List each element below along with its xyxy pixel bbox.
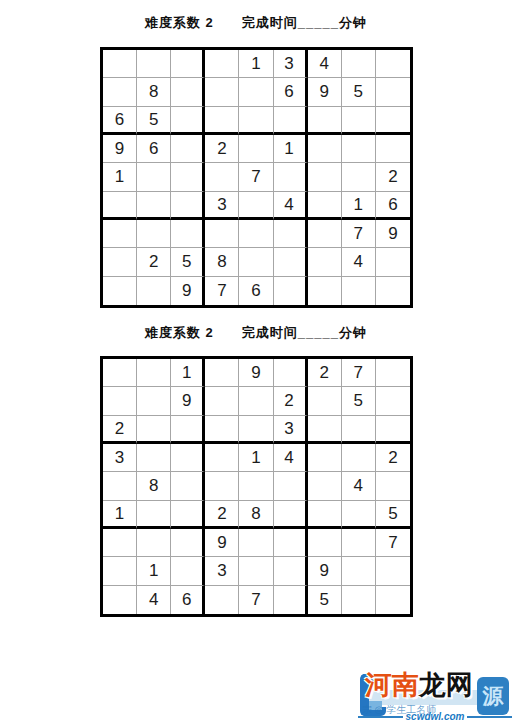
cell-r7c6	[274, 529, 308, 557]
cell-r6c4: 3	[205, 192, 239, 220]
cell-r4c7	[308, 444, 342, 472]
cell-r6c5: 8	[239, 501, 273, 529]
cell-r8c8: 4	[342, 248, 376, 276]
cell-r8c1	[103, 557, 137, 585]
brand-text-second: 龙网	[419, 670, 473, 700]
cell-r5c2: 8	[137, 472, 171, 500]
cell-r1c2	[137, 50, 171, 78]
cell-r7c6	[274, 220, 308, 248]
cell-r6c7	[308, 501, 342, 529]
cell-r1c7: 2	[308, 359, 342, 387]
cell-r7c4	[205, 220, 239, 248]
cell-r1c6: 3	[274, 50, 308, 78]
cell-r1c3	[171, 50, 205, 78]
cell-r9c4: 7	[205, 277, 239, 305]
cell-r9c2: 4	[137, 586, 171, 614]
cell-r6c8	[342, 501, 376, 529]
cell-r7c9: 7	[376, 529, 410, 557]
cell-r8c6	[274, 248, 308, 276]
cell-r3c3	[171, 107, 205, 135]
cell-r3c1: 6	[103, 107, 137, 135]
cell-r1c2	[137, 359, 171, 387]
brand-text: 河南龙网	[365, 667, 473, 703]
cell-r2c8: 5	[342, 78, 376, 106]
cell-r2c2	[137, 387, 171, 415]
site-watermark: 源 河南龙网 宗 ◎ 学生工名师 scwdwl.com	[358, 652, 512, 724]
cell-r1c9	[376, 359, 410, 387]
cell-r7c2	[137, 220, 171, 248]
cell-r3c9	[376, 416, 410, 444]
cell-r2c5	[239, 78, 273, 106]
cell-r8c8	[342, 557, 376, 585]
cell-r9c6	[274, 586, 308, 614]
cell-r6c6: 4	[274, 192, 308, 220]
cell-r4c6: 1	[274, 135, 308, 163]
sudoku-grid-1: 13486956596211723416792584976	[100, 47, 413, 308]
cell-r7c8: 7	[342, 220, 376, 248]
cell-r3c3	[171, 416, 205, 444]
cell-r2c7	[308, 387, 342, 415]
cell-r2c1	[103, 78, 137, 106]
cell-r2c8: 5	[342, 387, 376, 415]
cell-r5c5: 7	[239, 163, 273, 191]
puzzle-1-title: 难度系数 2完成时间_____分钟	[0, 14, 512, 32]
cell-r2c2: 8	[137, 78, 171, 106]
cell-r1c3: 1	[171, 359, 205, 387]
site-url: scwdwl.com	[406, 711, 465, 722]
site-url-row: scwdwl.com	[358, 711, 512, 722]
cell-r7c7	[308, 220, 342, 248]
cell-r2c6: 6	[274, 78, 308, 106]
cell-r3c4	[205, 416, 239, 444]
cell-r8c5	[239, 248, 273, 276]
cell-r8c7: 9	[308, 557, 342, 585]
cell-r6c9: 5	[376, 501, 410, 529]
cell-r4c5	[239, 135, 273, 163]
divider-line-right	[467, 716, 512, 718]
cell-r8c3: 5	[171, 248, 205, 276]
cell-r7c7	[308, 529, 342, 557]
cell-r9c7: 5	[308, 586, 342, 614]
cell-r4c4: 2	[205, 135, 239, 163]
cell-r2c9	[376, 387, 410, 415]
cell-r5c4	[205, 163, 239, 191]
cell-r8c4: 3	[205, 557, 239, 585]
cell-r9c9	[376, 277, 410, 305]
cell-r7c2	[137, 529, 171, 557]
cell-r2c7: 9	[308, 78, 342, 106]
cell-r4c6: 4	[274, 444, 308, 472]
cell-r6c8: 1	[342, 192, 376, 220]
cell-r5c7	[308, 472, 342, 500]
cell-r4c2	[137, 444, 171, 472]
cell-r7c1	[103, 220, 137, 248]
cell-r1c1	[103, 50, 137, 78]
cell-r9c3: 6	[171, 586, 205, 614]
cell-r6c5	[239, 192, 273, 220]
puzzle-2-title: 难度系数 2完成时间_____分钟	[0, 324, 512, 342]
cell-r3c9	[376, 107, 410, 135]
cell-r8c6	[274, 557, 308, 585]
cell-r8c1	[103, 248, 137, 276]
difficulty-label-1: 难度系数 2	[145, 15, 214, 30]
cell-r4c9	[376, 135, 410, 163]
cell-r5c6	[274, 472, 308, 500]
cell-r8c9	[376, 248, 410, 276]
cell-r7c9: 9	[376, 220, 410, 248]
cell-r4c3	[171, 444, 205, 472]
cell-r1c4	[205, 359, 239, 387]
cell-r8c9	[376, 557, 410, 585]
cell-r5c3	[171, 163, 205, 191]
cell-r4c3	[171, 135, 205, 163]
brand-text-first: 河南	[365, 670, 419, 700]
cell-r4c4	[205, 444, 239, 472]
sudoku-grid-2: 1927925233142841285971394675	[100, 356, 413, 617]
cell-r1c5: 9	[239, 359, 273, 387]
cell-r3c2	[137, 416, 171, 444]
cell-r5c7	[308, 163, 342, 191]
cell-r8c2: 1	[137, 557, 171, 585]
divider-line-left	[358, 716, 403, 718]
cell-r5c2	[137, 163, 171, 191]
cell-r3c8	[342, 107, 376, 135]
cell-r8c7	[308, 248, 342, 276]
cell-r2c6: 2	[274, 387, 308, 415]
cell-r2c3: 9	[171, 387, 205, 415]
cell-r6c6	[274, 501, 308, 529]
cell-r6c1	[103, 192, 137, 220]
cell-r5c1	[103, 472, 137, 500]
cell-r9c7	[308, 277, 342, 305]
cell-r7c3	[171, 220, 205, 248]
cell-r3c8	[342, 416, 376, 444]
cell-r3c6: 3	[274, 416, 308, 444]
cell-r8c3	[171, 557, 205, 585]
cell-r1c4	[205, 50, 239, 78]
cell-r4c8	[342, 135, 376, 163]
cell-r7c4: 9	[205, 529, 239, 557]
cell-r2c4	[205, 387, 239, 415]
cell-r9c3: 9	[171, 277, 205, 305]
cell-r4c1: 9	[103, 135, 137, 163]
cell-r8c5	[239, 557, 273, 585]
cell-r5c9: 2	[376, 163, 410, 191]
cell-r6c7	[308, 192, 342, 220]
cell-r9c6	[274, 277, 308, 305]
time-label-2: 完成时间_____分钟	[242, 325, 367, 340]
cell-r9c1	[103, 586, 137, 614]
cell-r6c3	[171, 192, 205, 220]
cell-r4c8	[342, 444, 376, 472]
cell-r6c4: 2	[205, 501, 239, 529]
cell-r6c2	[137, 192, 171, 220]
cell-r9c4	[205, 586, 239, 614]
cell-r5c8: 4	[342, 472, 376, 500]
cell-r9c5: 6	[239, 277, 273, 305]
cell-r6c9: 6	[376, 192, 410, 220]
worksheet-page: { "game": "sudoku", "puzzles": [ { "head…	[0, 0, 512, 724]
cell-r5c8	[342, 163, 376, 191]
cell-r7c3	[171, 529, 205, 557]
cell-r3c1: 2	[103, 416, 137, 444]
cell-r2c3	[171, 78, 205, 106]
cell-r7c1	[103, 529, 137, 557]
cell-r9c5: 7	[239, 586, 273, 614]
cell-r3c5	[239, 416, 273, 444]
cell-r3c4	[205, 107, 239, 135]
cell-r4c2: 6	[137, 135, 171, 163]
cell-r7c5	[239, 529, 273, 557]
cell-r3c2: 5	[137, 107, 171, 135]
cell-r9c2	[137, 277, 171, 305]
cell-r4c5: 1	[239, 444, 273, 472]
cell-r1c7: 4	[308, 50, 342, 78]
difficulty-label-2: 难度系数 2	[145, 325, 214, 340]
cell-r4c7	[308, 135, 342, 163]
cell-r1c1	[103, 359, 137, 387]
cell-r7c5	[239, 220, 273, 248]
cell-r3c7	[308, 107, 342, 135]
cell-r2c4	[205, 78, 239, 106]
cell-r9c1	[103, 277, 137, 305]
cell-r9c9	[376, 586, 410, 614]
cell-r6c3	[171, 501, 205, 529]
cell-r9c8	[342, 277, 376, 305]
cell-r5c9	[376, 472, 410, 500]
cell-r5c1: 1	[103, 163, 137, 191]
cell-r2c5	[239, 387, 273, 415]
time-label-1: 完成时间_____分钟	[242, 15, 367, 30]
cell-r2c1	[103, 387, 137, 415]
cell-r5c5	[239, 472, 273, 500]
cell-r8c2: 2	[137, 248, 171, 276]
cell-r1c6	[274, 359, 308, 387]
cell-r9c8	[342, 586, 376, 614]
cell-r3c7	[308, 416, 342, 444]
cell-r5c6	[274, 163, 308, 191]
cell-r5c3	[171, 472, 205, 500]
cell-r6c2	[137, 501, 171, 529]
cell-r6c1: 1	[103, 501, 137, 529]
cell-r4c9: 2	[376, 444, 410, 472]
cell-r3c5	[239, 107, 273, 135]
cell-r1c9	[376, 50, 410, 78]
cell-r1c5: 1	[239, 50, 273, 78]
cell-r4c1: 3	[103, 444, 137, 472]
cell-r1c8	[342, 50, 376, 78]
cell-r2c9	[376, 78, 410, 106]
cell-r8c4: 8	[205, 248, 239, 276]
cell-r5c4	[205, 472, 239, 500]
cell-r7c8	[342, 529, 376, 557]
cell-r3c6	[274, 107, 308, 135]
cell-r1c8: 7	[342, 359, 376, 387]
